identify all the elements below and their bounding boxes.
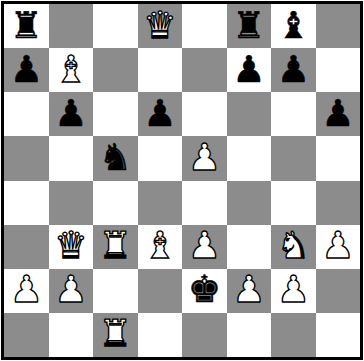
- square-a5[interactable]: [4, 136, 49, 180]
- square-f7[interactable]: ♟: [227, 48, 272, 92]
- square-g1[interactable]: [271, 313, 316, 357]
- white-queen: ♛: [54, 227, 87, 264]
- square-b4[interactable]: [49, 181, 94, 225]
- square-g7[interactable]: ♟: [271, 48, 316, 92]
- square-a2[interactable]: ♟: [4, 269, 49, 313]
- white-bishop: ♝: [143, 227, 176, 264]
- square-a3[interactable]: [4, 225, 49, 269]
- square-f5[interactable]: [227, 136, 272, 180]
- black-bishop: ♝: [277, 7, 310, 44]
- square-e1[interactable]: [182, 313, 227, 357]
- square-d8[interactable]: ♛: [138, 4, 183, 48]
- square-d2[interactable]: [138, 269, 183, 313]
- square-c7[interactable]: [93, 48, 138, 92]
- square-g4[interactable]: [271, 181, 316, 225]
- white-knight: ♞: [277, 227, 310, 264]
- square-c5[interactable]: ♞: [93, 136, 138, 180]
- black-pawn: ♟: [10, 51, 43, 88]
- white-rook: ♜: [99, 227, 132, 264]
- square-e5[interactable]: ♟: [182, 136, 227, 180]
- white-pawn: ♟: [277, 271, 310, 308]
- square-e2[interactable]: ♚: [182, 269, 227, 313]
- square-f2[interactable]: ♟: [227, 269, 272, 313]
- white-pawn: ♟: [321, 227, 354, 264]
- square-c1[interactable]: ♜: [93, 313, 138, 357]
- white-pawn: ♟: [232, 271, 265, 308]
- black-pawn: ♟: [232, 51, 265, 88]
- square-d6[interactable]: ♟: [138, 92, 183, 136]
- square-d3[interactable]: ♝: [138, 225, 183, 269]
- square-d4[interactable]: [138, 181, 183, 225]
- square-a6[interactable]: [4, 92, 49, 136]
- square-f4[interactable]: [227, 181, 272, 225]
- square-e6[interactable]: [182, 92, 227, 136]
- white-pawn: ♟: [10, 271, 43, 308]
- square-f3[interactable]: [227, 225, 272, 269]
- black-rook: ♜: [10, 7, 43, 44]
- black-knight: ♞: [99, 139, 132, 176]
- square-h2[interactable]: [316, 269, 361, 313]
- square-e4[interactable]: [182, 181, 227, 225]
- square-c8[interactable]: [93, 4, 138, 48]
- square-g8[interactable]: ♝: [271, 4, 316, 48]
- square-a4[interactable]: [4, 181, 49, 225]
- square-g6[interactable]: [271, 92, 316, 136]
- square-a7[interactable]: ♟: [4, 48, 49, 92]
- black-pawn: ♟: [321, 95, 354, 132]
- square-b5[interactable]: [49, 136, 94, 180]
- board-grid: ♜♛♜♝♟♝♟♟♟♟♟♞♟♛♜♝♟♞♟♟♟♚♟♟♜: [4, 4, 360, 357]
- square-a1[interactable]: [4, 313, 49, 357]
- square-c2[interactable]: [93, 269, 138, 313]
- white-queen: ♛: [143, 7, 176, 44]
- square-c4[interactable]: [93, 181, 138, 225]
- square-b8[interactable]: [49, 4, 94, 48]
- square-f1[interactable]: [227, 313, 272, 357]
- square-e7[interactable]: [182, 48, 227, 92]
- white-pawn: ♟: [188, 227, 221, 264]
- square-g5[interactable]: [271, 136, 316, 180]
- square-h3[interactable]: ♟: [316, 225, 361, 269]
- square-d5[interactable]: [138, 136, 183, 180]
- white-bishop: ♝: [54, 51, 87, 88]
- square-f8[interactable]: ♜: [227, 4, 272, 48]
- white-rook: ♜: [99, 315, 132, 352]
- black-rook: ♜: [232, 7, 265, 44]
- black-king: ♚: [188, 271, 221, 308]
- square-b2[interactable]: ♟: [49, 269, 94, 313]
- square-g2[interactable]: ♟: [271, 269, 316, 313]
- square-c3[interactable]: ♜: [93, 225, 138, 269]
- square-b3[interactable]: ♛: [49, 225, 94, 269]
- square-a8[interactable]: ♜: [4, 4, 49, 48]
- square-b1[interactable]: [49, 313, 94, 357]
- square-b7[interactable]: ♝: [49, 48, 94, 92]
- square-h4[interactable]: [316, 181, 361, 225]
- chess-board: ♜♛♜♝♟♝♟♟♟♟♟♞♟♛♜♝♟♞♟♟♟♚♟♟♜: [1, 1, 363, 360]
- black-pawn: ♟: [54, 95, 87, 132]
- square-h6[interactable]: ♟: [316, 92, 361, 136]
- square-c6[interactable]: [93, 92, 138, 136]
- square-d1[interactable]: [138, 313, 183, 357]
- square-d7[interactable]: [138, 48, 183, 92]
- square-h1[interactable]: [316, 313, 361, 357]
- square-h5[interactable]: [316, 136, 361, 180]
- square-g3[interactable]: ♞: [271, 225, 316, 269]
- black-pawn: ♟: [277, 51, 310, 88]
- square-f6[interactable]: [227, 92, 272, 136]
- white-pawn: ♟: [54, 271, 87, 308]
- square-e8[interactable]: [182, 4, 227, 48]
- square-e3[interactable]: ♟: [182, 225, 227, 269]
- black-pawn: ♟: [143, 95, 176, 132]
- square-h8[interactable]: [316, 4, 361, 48]
- white-pawn: ♟: [188, 139, 221, 176]
- square-h7[interactable]: [316, 48, 361, 92]
- square-b6[interactable]: ♟: [49, 92, 94, 136]
